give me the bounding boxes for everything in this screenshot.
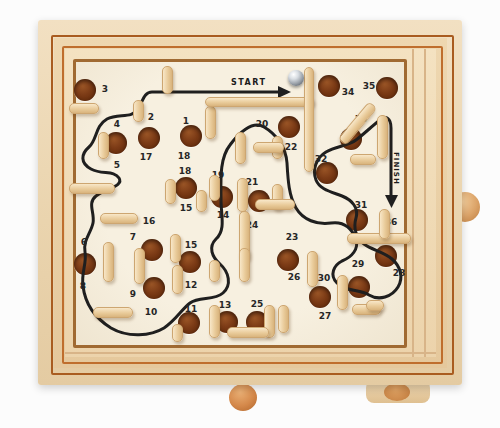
hole-1: [180, 125, 202, 147]
hole-label-11: 11: [185, 304, 198, 314]
hole-20: [278, 116, 300, 138]
peg: [209, 305, 220, 338]
hole-9: [143, 277, 165, 299]
hole-label-23: 23: [286, 232, 299, 242]
hole-label-6: 6: [81, 237, 87, 247]
peg: [253, 142, 284, 153]
hole-label-20: 20: [256, 119, 269, 129]
peg: [170, 234, 181, 263]
hole-30: [309, 286, 331, 308]
peg: [350, 154, 376, 165]
hole-label-5: 5: [114, 160, 120, 170]
peg: [172, 265, 183, 294]
hole-label-35: 35: [363, 81, 376, 91]
hole-31: [346, 209, 368, 231]
peg: [133, 100, 144, 122]
hole-label-4: 4: [114, 119, 120, 129]
start-label: START: [231, 78, 267, 87]
peg: [162, 66, 173, 94]
hole-label-15: 15: [185, 240, 198, 250]
bottom-tilt-knob[interactable]: [229, 384, 257, 411]
hole-29: [348, 276, 370, 298]
peg: [235, 132, 246, 164]
hole-label-22: 22: [285, 142, 298, 152]
peg: [278, 305, 289, 333]
hole-label-26: 26: [288, 272, 301, 282]
peg: [366, 300, 384, 311]
hole-32: [316, 162, 338, 184]
peg: [209, 260, 220, 282]
hole-label-9: 9: [130, 289, 136, 299]
right-foot-pad: [384, 383, 410, 401]
hole-label-2: 2: [148, 112, 154, 122]
peg: [237, 178, 248, 212]
peg: [100, 213, 138, 224]
peg: [205, 106, 216, 139]
hole-label-27: 27: [319, 311, 332, 321]
hole-3: [74, 79, 96, 101]
peg: [93, 307, 133, 318]
labyrinth-board-photo: START FINISH 123456789101112131415151617…: [0, 0, 500, 428]
hole-36: [375, 245, 397, 267]
peg: [98, 132, 109, 159]
peg: [377, 115, 388, 159]
hole-35: [376, 77, 398, 99]
peg: [255, 199, 295, 210]
peg: [196, 190, 207, 212]
hole-6: [74, 253, 96, 275]
hole-label-30: 30: [318, 273, 331, 283]
peg: [337, 275, 348, 310]
hole-label-15: 15: [180, 203, 193, 213]
hole-label-10: 10: [145, 307, 158, 317]
peg: [209, 175, 220, 201]
peg: [134, 248, 145, 284]
peg: [304, 67, 314, 172]
peg: [227, 327, 269, 338]
peg: [239, 248, 250, 282]
hole-label-25: 25: [251, 299, 264, 309]
hole-label-28: 28: [393, 268, 406, 278]
hole-label-13: 13: [219, 300, 232, 310]
hole-label-3: 3: [102, 84, 108, 94]
hole-label-34: 34: [342, 87, 355, 97]
peg: [379, 209, 390, 239]
peg: [307, 251, 318, 287]
hole-label-17: 17: [140, 152, 153, 162]
finish-label: FINISH: [392, 152, 400, 185]
hole-23: [277, 249, 299, 271]
hole-label-31: 31: [355, 200, 368, 210]
hole-label-32: 32: [315, 154, 328, 164]
hole-label-12: 12: [185, 280, 198, 290]
hole-label-1: 1: [183, 116, 189, 126]
rim-groove-h1: [65, 352, 436, 354]
rim-groove-v2: [424, 49, 426, 357]
steel-ball[interactable]: [288, 70, 304, 86]
hole-label-14: 14: [217, 210, 230, 220]
rim-groove-v1: [412, 49, 414, 357]
hole-label-7: 7: [130, 232, 136, 242]
peg: [165, 179, 176, 204]
hole-label-8: 8: [80, 281, 86, 291]
hole-label-16: 16: [143, 216, 156, 226]
hole-label-18: 18: [179, 166, 192, 176]
peg: [69, 103, 99, 114]
peg: [103, 242, 114, 282]
hole-label-29: 29: [352, 259, 365, 269]
hole-34: [318, 75, 340, 97]
peg: [172, 324, 183, 342]
peg: [69, 183, 115, 194]
hole-18: [175, 177, 197, 199]
hole-label-18: 18: [178, 151, 191, 161]
peg: [205, 97, 314, 107]
hole-2: [138, 127, 160, 149]
